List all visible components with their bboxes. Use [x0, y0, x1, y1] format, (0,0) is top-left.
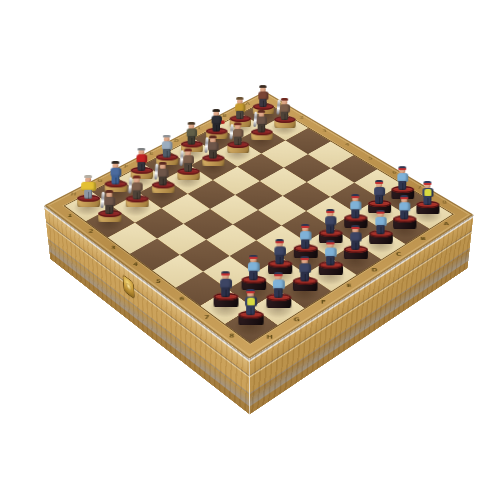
- rank-label-back-5: 5: [368, 157, 373, 161]
- hair-icon: [133, 176, 141, 179]
- piece-base-white: [152, 185, 175, 197]
- figure-torso: [375, 217, 386, 226]
- police-cap-icon: [423, 181, 431, 184]
- hair-icon: [258, 110, 266, 113]
- figure-head: [327, 242, 333, 248]
- figure-head: [352, 196, 358, 202]
- police-cap-icon: [375, 180, 383, 183]
- police-cap-icon: [300, 256, 309, 259]
- figure-legs: [376, 225, 384, 234]
- rank-label-back-4: 4: [345, 143, 350, 147]
- figure-legs: [212, 123, 220, 131]
- rank-label-5: 5: [156, 279, 162, 284]
- figure-legs: [300, 272, 309, 282]
- figure-legs: [398, 181, 406, 190]
- chrome-crowbar-icon: [154, 164, 158, 180]
- figure-legs: [275, 255, 283, 264]
- figure-legs: [281, 112, 288, 120]
- piece-base-black: [368, 233, 392, 246]
- figure-legs: [274, 288, 283, 298]
- hair-icon: [281, 98, 288, 101]
- figure-head: [376, 182, 382, 188]
- file-label-B: B: [420, 237, 426, 242]
- hair-icon: [210, 135, 218, 138]
- piece-base-white: [227, 145, 249, 156]
- figure-head: [424, 183, 430, 189]
- figure-legs: [221, 287, 230, 297]
- hair-icon: [212, 109, 220, 112]
- figure-legs: [234, 137, 242, 146]
- figure-head: [377, 212, 383, 218]
- police-cap-icon: [246, 289, 255, 292]
- hair-icon: [259, 85, 266, 88]
- file-label-G: G: [294, 317, 300, 322]
- rank-label-6: 6: [179, 297, 185, 302]
- police-cap-icon: [351, 225, 359, 228]
- hi-viz-vest-icon: [424, 189, 431, 197]
- hair-icon: [188, 122, 196, 125]
- hair-icon: [236, 97, 243, 100]
- figure-torso: [220, 278, 232, 288]
- chrome-crowbar-icon: [253, 112, 257, 127]
- figure-head: [250, 257, 256, 263]
- figure-legs: [185, 163, 193, 172]
- figure-legs: [259, 99, 266, 107]
- hair-icon: [111, 161, 119, 164]
- figure-head: [276, 241, 282, 247]
- figure-torso: [299, 231, 310, 240]
- hair-icon: [106, 190, 114, 193]
- file-label-E: E: [346, 284, 351, 289]
- rank-label-3: 3: [110, 246, 116, 251]
- figure-legs: [138, 162, 146, 171]
- police-cap-icon: [400, 195, 408, 198]
- figure-legs: [106, 205, 114, 214]
- rank-label-back-2: 2: [300, 116, 305, 120]
- piece-base-white: [274, 119, 295, 130]
- piece-base-white: [251, 132, 273, 143]
- chess-board: 1122334455667788AABBCCDDEEFFGGHH: [44, 91, 474, 359]
- figure-torso: [349, 201, 360, 210]
- figure-legs: [351, 209, 359, 218]
- figure-legs: [423, 196, 431, 205]
- police-cap-icon: [351, 194, 359, 197]
- hair-icon: [159, 162, 167, 165]
- police-cap-icon: [274, 272, 283, 275]
- file-label-A: A: [443, 222, 449, 226]
- figure-head: [401, 197, 407, 203]
- rank-label-4: 4: [133, 262, 139, 267]
- rank-label-1: 1: [67, 214, 73, 218]
- rank-label-back-3: 3: [322, 129, 327, 133]
- figure-legs: [326, 224, 334, 233]
- figure-torso: [299, 263, 311, 273]
- figure-legs: [326, 256, 334, 265]
- hair-icon: [234, 123, 242, 126]
- figure-legs: [246, 305, 255, 315]
- hair-icon: [163, 134, 171, 137]
- figure-legs: [351, 240, 359, 249]
- chrome-crowbar-icon: [101, 192, 105, 208]
- rank-label-7: 7: [204, 315, 210, 320]
- chrome-crowbar-icon: [128, 178, 132, 194]
- rank-label-back-8: 8: [442, 201, 448, 205]
- figure-legs: [400, 210, 408, 219]
- figure-torso: [399, 202, 410, 211]
- police-cap-icon: [249, 255, 258, 258]
- file-label-C: C: [396, 252, 402, 257]
- figure-torso: [247, 262, 259, 272]
- figure-head: [302, 226, 308, 232]
- figure-legs: [375, 195, 383, 204]
- figure-legs: [258, 124, 266, 132]
- figure-legs: [111, 176, 119, 185]
- police-cap-icon: [326, 209, 334, 212]
- police-cap-icon: [275, 239, 283, 242]
- hi-viz-vest-icon: [247, 297, 255, 306]
- hair-icon: [138, 148, 146, 151]
- piece-base-white: [202, 158, 224, 170]
- figure-legs: [159, 177, 167, 186]
- figure-legs: [210, 150, 218, 159]
- file-label-F: F: [321, 300, 326, 305]
- figure-torso: [422, 188, 433, 197]
- figure-legs: [85, 190, 93, 199]
- piece-base-white: [177, 171, 199, 183]
- rank-label-2: 2: [88, 230, 94, 234]
- figure-head: [327, 211, 333, 217]
- figure-legs: [236, 111, 243, 119]
- figure-legs: [249, 271, 258, 281]
- figure-head: [107, 192, 113, 198]
- chess-set-photo: 1122334455667788AABBCCDDEEFFGGHH: [0, 0, 500, 500]
- figure-torso: [350, 232, 361, 241]
- figure-legs: [163, 149, 171, 158]
- figure-torso: [325, 247, 337, 256]
- chrome-crowbar-icon: [180, 150, 184, 166]
- figure-head: [353, 227, 359, 233]
- figure-torso: [274, 246, 286, 255]
- piece-base-black: [392, 218, 415, 231]
- police-cap-icon: [376, 210, 384, 213]
- figure-torso: [272, 280, 284, 290]
- figure-head: [247, 291, 254, 298]
- figure-head: [301, 258, 307, 264]
- brass-latch-icon: [123, 275, 134, 298]
- figure-legs: [188, 136, 196, 145]
- hair-icon: [85, 175, 93, 178]
- chrome-crowbar-icon: [229, 124, 233, 139]
- rank-label-8: 8: [229, 334, 235, 339]
- figure-torso: [104, 197, 115, 206]
- police-cap-icon: [398, 166, 406, 169]
- figure-torso: [325, 216, 336, 225]
- file-label-H: H: [267, 335, 274, 340]
- figure-legs: [301, 239, 309, 248]
- police-cap-icon: [221, 271, 230, 274]
- red-bag-icon: [220, 120, 224, 124]
- police-cap-icon: [301, 224, 309, 227]
- figure-torso: [373, 187, 384, 196]
- figure-head: [275, 274, 282, 281]
- file-label-D: D: [371, 268, 378, 273]
- figure-head: [222, 273, 228, 279]
- hair-icon: [185, 149, 193, 152]
- police-cap-icon: [326, 240, 334, 243]
- piece-base-white: [125, 199, 148, 211]
- figure-torso: [245, 296, 257, 306]
- figure-legs: [133, 191, 141, 200]
